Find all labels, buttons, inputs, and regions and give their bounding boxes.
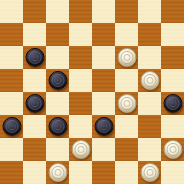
board-square[interactable]: [161, 0, 184, 23]
board-square[interactable]: [46, 23, 69, 46]
board-square[interactable]: [46, 46, 69, 69]
board-square[interactable]: [23, 23, 46, 46]
board-square[interactable]: [115, 138, 138, 161]
white-checker[interactable]: [48, 162, 67, 181]
board-square[interactable]: [138, 0, 161, 23]
board-square[interactable]: [69, 23, 92, 46]
board-square[interactable]: [138, 46, 161, 69]
board-square[interactable]: [92, 0, 115, 23]
board-square[interactable]: [46, 69, 69, 92]
board-square[interactable]: [161, 138, 184, 161]
board-square[interactable]: [23, 46, 46, 69]
board-square[interactable]: [69, 92, 92, 115]
board-square[interactable]: [69, 161, 92, 184]
white-checker[interactable]: [117, 47, 136, 66]
board-square[interactable]: [46, 115, 69, 138]
board-square[interactable]: [23, 0, 46, 23]
black-checker[interactable]: [25, 93, 44, 112]
board-square[interactable]: [115, 46, 138, 69]
white-checker[interactable]: [163, 139, 182, 158]
board-square[interactable]: [23, 138, 46, 161]
board-square[interactable]: [46, 0, 69, 23]
black-checker[interactable]: [48, 116, 67, 135]
white-checker[interactable]: [117, 93, 136, 112]
board-square[interactable]: [115, 92, 138, 115]
board-square[interactable]: [23, 115, 46, 138]
board-square[interactable]: [69, 69, 92, 92]
board-square[interactable]: [115, 115, 138, 138]
board-square[interactable]: [138, 92, 161, 115]
board-square[interactable]: [138, 161, 161, 184]
board-square[interactable]: [92, 69, 115, 92]
board-square[interactable]: [69, 115, 92, 138]
board-square[interactable]: [0, 69, 23, 92]
checkers-board: [0, 0, 184, 184]
board-square[interactable]: [115, 0, 138, 23]
board-square[interactable]: [138, 138, 161, 161]
board-square[interactable]: [138, 69, 161, 92]
board-square[interactable]: [0, 46, 23, 69]
board-square[interactable]: [115, 161, 138, 184]
board-square[interactable]: [161, 46, 184, 69]
board-square[interactable]: [0, 23, 23, 46]
black-checker[interactable]: [163, 93, 182, 112]
white-checker[interactable]: [71, 139, 90, 158]
black-checker[interactable]: [48, 70, 67, 89]
board-square[interactable]: [23, 161, 46, 184]
white-checker[interactable]: [140, 162, 159, 181]
white-checker[interactable]: [140, 70, 159, 89]
black-checker[interactable]: [25, 47, 44, 66]
board-square[interactable]: [161, 161, 184, 184]
board-square[interactable]: [0, 115, 23, 138]
board-square[interactable]: [161, 92, 184, 115]
board-square[interactable]: [92, 92, 115, 115]
board-square[interactable]: [0, 161, 23, 184]
board-square[interactable]: [69, 138, 92, 161]
board-square[interactable]: [0, 138, 23, 161]
board-square[interactable]: [23, 92, 46, 115]
board-square[interactable]: [138, 115, 161, 138]
board-square[interactable]: [138, 23, 161, 46]
board-square[interactable]: [69, 0, 92, 23]
board-square[interactable]: [0, 0, 23, 23]
board-square[interactable]: [115, 69, 138, 92]
board-square[interactable]: [46, 92, 69, 115]
board-square[interactable]: [161, 69, 184, 92]
board-square[interactable]: [161, 23, 184, 46]
board-square[interactable]: [46, 138, 69, 161]
board-square[interactable]: [23, 69, 46, 92]
black-checker[interactable]: [94, 116, 113, 135]
board-square[interactable]: [92, 115, 115, 138]
board-square[interactable]: [46, 161, 69, 184]
black-checker[interactable]: [2, 116, 21, 135]
board-square[interactable]: [92, 138, 115, 161]
board-square[interactable]: [69, 46, 92, 69]
board-square[interactable]: [92, 23, 115, 46]
board-square[interactable]: [0, 92, 23, 115]
board-square[interactable]: [92, 46, 115, 69]
board-square[interactable]: [92, 161, 115, 184]
board-square[interactable]: [161, 115, 184, 138]
board-square[interactable]: [115, 23, 138, 46]
